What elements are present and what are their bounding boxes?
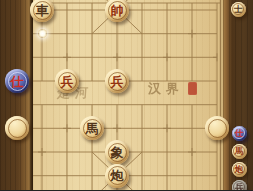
piece-馬[interactable]: 馬 — [80, 116, 104, 140]
piece-帥[interactable]: 帥 — [105, 0, 129, 22]
piece-仕: 仕 — [232, 126, 247, 141]
piece-仕[interactable]: 仕 — [5, 69, 29, 93]
piece-兵: 兵 — [232, 180, 247, 191]
piece-炮[interactable]: 炮 — [105, 164, 129, 188]
xiangqi-game-screen: 楚河 汉界 車帥仕兵兵馬象炮 士 仕馬炮兵 — [0, 0, 253, 190]
piece-象[interactable]: 象 — [105, 140, 129, 164]
piece-車[interactable]: 車 — [30, 0, 54, 22]
piece-grid: 車帥仕兵兵馬象炮 — [5, 0, 230, 190]
hidden-piece[interactable] — [5, 116, 29, 140]
hidden-piece[interactable] — [205, 116, 229, 140]
piece-兵[interactable]: 兵 — [55, 69, 79, 93]
piece-炮: 炮 — [232, 162, 247, 177]
piece-兵[interactable]: 兵 — [105, 69, 129, 93]
piece-馬: 馬 — [232, 144, 247, 159]
captured-bottom-tray: 仕馬炮兵 — [232, 126, 247, 191]
last-move-indicator — [38, 29, 47, 38]
captured-top-tray: 士 — [231, 2, 246, 17]
piece-士: 士 — [231, 2, 246, 17]
